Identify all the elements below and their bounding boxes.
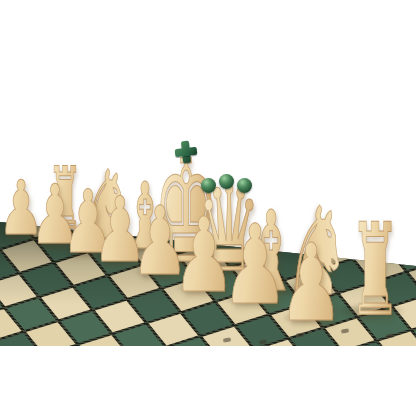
pieces-layer: ♜♞♝♚♛♝♞♜♟♟♟♟♟♟♟♟ [0,0,416,416]
queen-crown-ball [219,174,234,189]
product-photo-stage: ♜♞♝♚♛♝♞♜♟♟♟♟♟♟♟♟ [0,0,416,416]
queen-crown-ball [237,178,252,193]
queen-crown-ball [201,178,216,193]
piece-white-pawn-8[interactable]: ♟ [257,230,366,337]
king-cross-accent [174,140,198,164]
